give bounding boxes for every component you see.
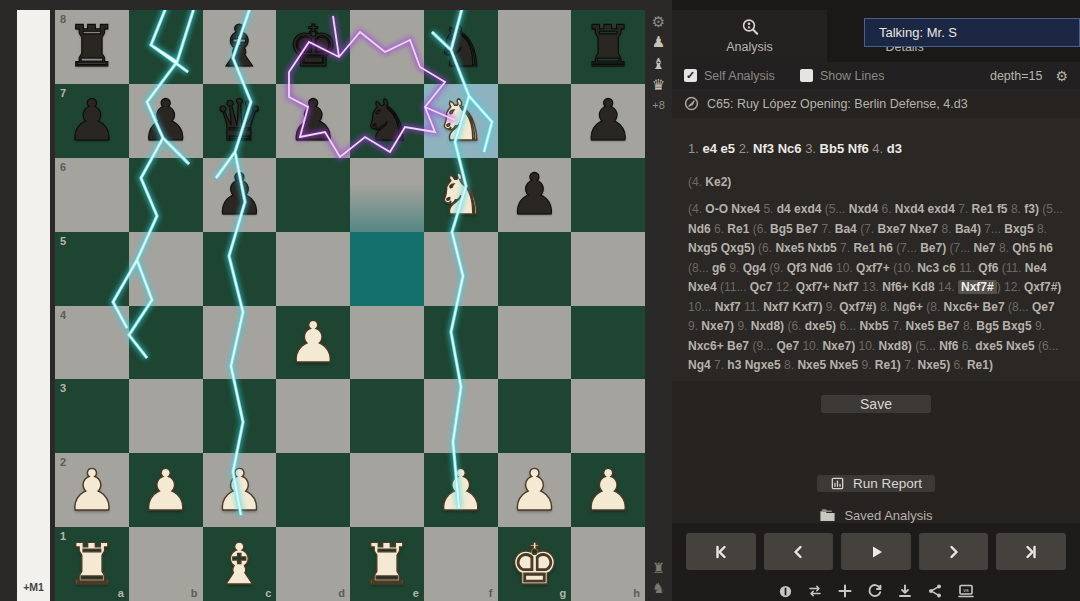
saved-analysis-label: Saved Analysis [844,508,932,523]
file-label: c [265,587,271,599]
move-san[interactable]: Kd8 [912,280,938,294]
move-number: 11. [959,261,978,275]
board-square[interactable]: ♛ [203,84,277,158]
white-rook[interactable]: ♜ [66,536,117,593]
talking-tooltip-text: Talking: Mr. S [879,25,957,40]
black-rook[interactable]: ♜ [66,18,117,75]
move-number: (4. [688,202,705,216]
self-analysis-label: Self Analysis [704,69,775,83]
black-knight[interactable]: ♞ [435,18,486,75]
move-number: (6. [753,222,770,236]
board-square[interactable] [350,10,424,84]
board-square[interactable] [350,232,424,306]
first-move-button[interactable] [686,533,756,570]
move-san[interactable]: Nxc6+ [944,300,983,314]
board-square[interactable] [276,379,350,453]
board-square[interactable] [498,379,572,453]
reload-icon[interactable] [867,583,883,599]
move-san[interactable]: Nf6+ [882,280,912,294]
move-number: 2. [739,141,753,156]
move-san[interactable]: Bxg5 [1004,222,1037,236]
white-rook[interactable]: ♜ [361,536,412,593]
white-knight[interactable]: ♞ [435,92,486,149]
board-square[interactable]: ♞ [424,10,498,84]
board-square[interactable]: ♜8 [55,10,129,84]
black-bishop[interactable]: ♝ [214,18,265,75]
move-number: 6. [881,202,894,216]
black-pawn[interactable]: ♟ [288,92,339,149]
vs-computer-icon[interactable]: vs [957,583,975,599]
move-san[interactable]: Nd6 [688,222,714,236]
move-san[interactable]: Qe7 [1032,300,1055,314]
black-pawn[interactable]: ♟ [66,92,117,149]
self-analysis-checkbox[interactable] [684,69,697,82]
move-number: 8. [880,300,893,314]
move-san[interactable]: g6 [712,261,729,275]
move-number: 1. [688,141,702,156]
board-square[interactable] [129,10,203,84]
move-san[interactable]: Bxg5 [1002,319,1035,333]
move-san[interactable]: Qf6 [978,261,1001,275]
move-number: 9. [737,319,750,333]
move-san[interactable]: Nxf7 [763,300,792,314]
move-number: (7. [860,222,877,236]
board-square[interactable] [350,453,424,527]
engine-info-icon[interactable] [778,584,793,599]
board-square[interactable]: ♟7 [55,84,129,158]
move-number: 10. [836,261,856,275]
captured-queen-icon: ♛ [652,77,665,94]
file-label: h [633,587,640,599]
board-square[interactable] [498,306,572,380]
engine-settings-gear-icon[interactable]: ⚙ [1055,69,1068,83]
play-button[interactable] [841,533,911,570]
move-number: 8. [963,319,976,333]
move-san[interactable]: Nxe5 [829,358,861,372]
move-number: 8. [942,222,955,236]
add-variation-icon[interactable] [837,583,853,599]
move-san[interactable]: h3 [727,358,744,372]
move-number: 9. [826,300,839,314]
move-number: 12. [776,280,796,294]
board-square[interactable] [350,306,424,380]
move-number: 7. [904,358,917,372]
folder-icon [819,508,836,523]
board-square[interactable]: ♞ [424,84,498,158]
black-queen[interactable]: ♛ [214,92,265,149]
board-square[interactable]: ♟ [498,453,572,527]
board-square[interactable]: ♞ [424,158,498,232]
board-square[interactable] [350,379,424,453]
rank-label: 1 [60,530,66,542]
move-san[interactable]: Kxf7) [793,300,826,314]
board-square[interactable]: ♟ [571,453,645,527]
run-report-label: Run Report [853,476,922,491]
report-icon [830,476,845,491]
move-san[interactable]: Nc6 [778,141,805,156]
black-king[interactable]: ♚ [288,18,339,75]
eval-score: +M1 [17,581,50,593]
rank-label: 3 [60,382,66,394]
move-san[interactable]: Nxe7) [822,339,858,353]
move-san[interactable]: Nxe4 [731,202,763,216]
black-pawn[interactable]: ♟ [583,92,634,149]
move-san[interactable]: Re1 [972,202,997,216]
board-square[interactable]: ♚g [498,527,572,601]
main-line: 1. e4 e5 2. Nf3 Nc6 3. Bb5 Nf6 4. d3 [688,138,1064,159]
rank-label: 7 [60,87,66,99]
board-square[interactable]: 3 [55,379,129,453]
analysis-magnifier-icon [741,18,759,36]
move-number: 10. [802,339,822,353]
move-number: (8... [688,261,712,275]
move-san[interactable]: Ne7 [974,241,999,255]
board-square[interactable] [276,453,350,527]
move-san[interactable]: Bg5 [976,319,1002,333]
opening-name: C65: Ruy López Opening: Berlin Defense, … [707,97,968,111]
move-san[interactable]: Nxe5 [905,319,937,333]
move-number: (7... [950,241,974,255]
move-number: (6... [1038,339,1059,353]
board-square[interactable] [129,232,203,306]
board-square[interactable] [203,232,277,306]
board-square[interactable] [203,379,277,453]
move-san[interactable]: Qe7 [776,339,802,353]
move-san[interactable]: O-O [705,202,731,216]
move-san[interactable]: exd4 [927,202,958,216]
move-san[interactable]: Ke2) [705,175,731,189]
move-san[interactable]: Ba4 [835,222,860,236]
save-button[interactable]: Save [821,395,931,413]
board-square[interactable] [129,158,203,232]
move-san[interactable]: Re1 [853,241,878,255]
white-pawn[interactable]: ♟ [435,462,486,519]
analysis-tools-row: vs [686,580,1066,601]
board-square[interactable]: b [129,527,203,601]
board-square[interactable] [498,232,572,306]
move-san[interactable]: Nxe4 [688,280,720,294]
move-san[interactable]: Be7 [727,339,752,353]
board-square[interactable]: d [276,527,350,601]
move-navigation [686,533,1066,570]
captured-bishop-icon: ♝ [652,56,665,73]
move-number: ) [997,280,1004,294]
move-number: 10... [688,300,715,314]
board-square[interactable]: ♟ [571,84,645,158]
move-san[interactable]: Nxe7 [910,222,942,236]
board-square[interactable]: ♟ [498,158,572,232]
white-pawn[interactable]: ♟ [66,462,117,519]
rank-label: 6 [60,161,66,173]
move-san[interactable]: d4 [777,202,794,216]
move-number: 9. [1035,319,1045,333]
board-square[interactable]: ♟ [129,84,203,158]
move-san[interactable]: Nf6 [848,141,873,156]
analysis-options-row: Self Analysis Show Lines depth=15 ⚙ [672,62,1080,89]
move-number: 10. [858,339,878,353]
rank-label: 5 [60,235,66,247]
depth-indicator: depth=15 [990,69,1042,83]
board-square[interactable]: ♟ [203,158,277,232]
move-san[interactable]: Nd6 [810,261,836,275]
move-san[interactable]: Nxd8) [878,339,915,353]
board-square[interactable] [350,158,424,232]
board-square[interactable] [129,379,203,453]
board-square[interactable]: ♜e [350,527,424,601]
file-label: d [338,587,345,599]
variation-line: (4. O-O Nxe4 5. d4 exd4 (5... Nxd4 6. Nx… [688,200,1064,375]
move-number: 7. [714,358,727,372]
opening-explorer-icon [684,96,699,111]
move-number: (5... [915,339,939,353]
move-san[interactable]: Nxf7 [833,280,862,294]
file-label: b [191,587,198,599]
move-number: 7. [821,222,834,236]
board-square[interactable] [424,306,498,380]
board-square[interactable]: f [424,527,498,601]
move-san[interactable]: e5 [721,141,739,156]
tab-analysis-label: Analysis [726,40,773,54]
white-bishop[interactable]: ♝ [214,536,265,593]
move-san[interactable]: Nxe5 [797,358,829,372]
move-number: (10. [893,261,917,275]
move-number: 8. [1037,222,1047,236]
white-pawn[interactable]: ♟ [288,314,339,371]
board-square[interactable]: ♟ [276,84,350,158]
move-san[interactable]: Nxe7) [701,319,737,333]
move-san[interactable]: Ne4 [1025,261,1047,275]
board-square[interactable]: h [571,527,645,601]
eval-column: +M1 [0,0,50,601]
move-san[interactable]: Be7) [920,241,949,255]
move-number: (7... [896,241,920,255]
board-square[interactable]: ♟ [424,453,498,527]
board-square[interactable] [571,379,645,453]
move-san[interactable]: Qg4 [743,261,770,275]
move-san[interactable]: Re1) [967,358,993,372]
board-square[interactable] [203,306,277,380]
tab-analysis[interactable]: Analysis [672,10,827,62]
move-san[interactable]: Bg5 [770,222,796,236]
black-knight[interactable]: ♞ [361,92,412,149]
move-san[interactable]: Nxd8) [751,319,788,333]
move-san[interactable]: Ba4) [955,222,984,236]
eval-bar: +M1 [17,10,50,601]
board-square[interactable] [129,306,203,380]
move-san[interactable]: Qc7 [750,280,776,294]
board-square[interactable]: ♟2 [55,453,129,527]
run-report-button[interactable]: Run Report [817,475,935,492]
move-san[interactable]: Be7 [796,222,821,236]
share-icon[interactable] [927,583,943,599]
side-toolbar: ⚙ ♟ ♝ ♛ +8 ♜ ♞ [645,0,672,601]
white-king[interactable]: ♚ [509,536,560,593]
move-san[interactable]: Ng4 [688,358,714,372]
move-list: 1. e4 e5 2. Nf3 Nc6 3. Bb5 Nf6 4. d3 (4.… [672,118,1080,381]
move-san[interactable]: h6 [1039,241,1053,255]
move-san[interactable]: Re1) [875,358,904,372]
board-square[interactable]: ♟ [203,453,277,527]
board-square[interactable] [276,232,350,306]
svg-text:vs: vs [963,587,969,593]
rank-label: 8 [60,13,66,25]
opening-row: C65: Ruy López Opening: Berlin Defense, … [672,89,1080,118]
move-san[interactable]: Be7 [938,319,963,333]
move-san[interactable]: Bb5 [820,141,848,156]
file-label: a [118,587,124,599]
board-square[interactable]: 5 [55,232,129,306]
move-san[interactable]: Qxg5) [721,241,758,255]
move-san[interactable]: Nxd4 [895,202,928,216]
move-san[interactable]: f5 [997,202,1011,216]
move-number: 3. [805,141,819,156]
board-square[interactable] [276,158,350,232]
move-number: 8. [1011,202,1024,216]
panel-footer: vs [672,523,1080,601]
previous-move-button[interactable] [764,533,834,570]
board-square[interactable] [424,232,498,306]
board-square[interactable]: 6 [55,158,129,232]
board-square[interactable]: ♜1a [55,527,129,601]
saved-analysis[interactable]: Saved Analysis [819,508,932,523]
next-move-button[interactable] [919,533,989,570]
board-square[interactable]: ♝ [203,10,277,84]
board-settings-gear-icon[interactable]: ⚙ [652,14,665,29]
move-number: 9. [861,358,874,372]
move-number: (8. [926,300,943,314]
move-san[interactable]: Qxf7#) [839,300,880,314]
last-move-button[interactable] [996,533,1066,570]
move-number: 7. [840,241,853,255]
variations: (4. Ke2) (4. O-O Nxe4 5. d4 exd4 (5... N… [688,173,1064,375]
rank-label: 4 [60,309,66,321]
download-icon[interactable] [897,583,913,599]
move-number: 8. [999,241,1012,255]
board-square[interactable]: ♚ [276,10,350,84]
black-pawn[interactable]: ♟ [214,166,265,223]
captured-pawn-icon: ♟ [652,34,665,51]
black-pawn[interactable]: ♟ [509,166,560,223]
tab-bar: Analysis Details ☁ Talking: Mr. S [672,0,1080,62]
move-san[interactable]: dxe5 [975,339,1006,353]
move-number: 11. [744,300,763,314]
show-lines-label: Show Lines [820,69,885,83]
move-san[interactable]: Nf3 [753,141,778,156]
move-number: (4. [688,175,705,189]
board-editor-icon[interactable]: ♜ [652,561,665,575]
chess-analysis-app: +M1 ♜8♝♚♞♜♟7♟♛♟♞♞♟6♟♞♟54♟3♟2♟♟♟♟♟♜1ab♝cd… [0,0,1080,601]
board-square[interactable] [498,10,572,84]
move-san[interactable]: Re1 [727,222,752,236]
move-number: (9. [769,261,786,275]
move-san[interactable]: Nxe5) [918,358,954,372]
move-san[interactable]: Qh5 [1012,241,1039,255]
board-square[interactable] [571,232,645,306]
white-pawn[interactable]: ♟ [140,462,191,519]
move-number: 6... [839,319,859,333]
board-square[interactable] [424,379,498,453]
move-number: 4. [872,141,886,156]
chess-board[interactable]: ♜8♝♚♞♜♟7♟♛♟♞♞♟6♟♞♟54♟3♟2♟♟♟♟♟♜1ab♝cd♜ef♚… [55,10,645,601]
move-san[interactable]: d3 [887,141,902,156]
move-san[interactable]: Qxf7+ [796,280,833,294]
move-san[interactable]: h6 [879,241,896,255]
white-knight[interactable]: ♞ [435,166,486,223]
black-rook[interactable]: ♜ [583,18,634,75]
move-san[interactable]: dxe5) [805,319,840,333]
move-number: (6. [758,241,775,255]
material-advantage: +8 [652,99,665,111]
move-number: 8. [784,358,797,372]
move-san[interactable]: Nf6 [939,339,962,353]
move-san[interactable]: Nxe5 [775,241,807,255]
move-san[interactable]: Nxe5 [1006,339,1038,353]
move-san[interactable]: Nxg5 [688,241,721,255]
move-san[interactable]: c6 [943,261,960,275]
move-san[interactable]: Qf3 [787,261,810,275]
board-square[interactable] [498,84,572,158]
analysis-panel: Analysis Details ☁ Talking: Mr. S Self A… [672,0,1080,601]
move-san[interactable]: Be7 [983,300,1008,314]
move-san[interactable]: e4 [702,141,720,156]
move-san[interactable]: Nxc6+ [688,339,727,353]
move-number: 5. [763,202,776,216]
move-number: (11. [1002,261,1025,275]
move-number: 7. [892,319,905,333]
move-san[interactable]: Nxf7 [715,300,744,314]
move-number: (6. [787,319,804,333]
move-san[interactable]: Nxd4 [849,202,882,216]
move-san[interactable]: Nxb5 [807,241,840,255]
move-san[interactable]: f3) [1024,202,1042,216]
board-square[interactable] [571,306,645,380]
board-square[interactable]: ♟ [129,453,203,527]
move-san[interactable]: Qxf7#) [1024,280,1061,294]
move-san[interactable]: Qxf7+ [856,261,893,275]
board-square[interactable] [571,158,645,232]
white-pawn[interactable]: ♟ [214,462,265,519]
move-san[interactable]: Ng6+ [893,300,926,314]
move-number: 13. [862,280,882,294]
white-pawn[interactable]: ♟ [583,462,634,519]
move-number: 9. [729,261,742,275]
move-number: (5... [825,202,849,216]
board-square[interactable]: ♜ [571,10,645,84]
board-square[interactable]: 4 [55,306,129,380]
black-pawn[interactable]: ♟ [140,92,191,149]
board-square[interactable]: ♞ [350,84,424,158]
move-san[interactable]: Ngxe5 [745,358,784,372]
move-san[interactable]: Nxf7# [958,280,997,294]
file-label: f [489,587,493,599]
move-san[interactable]: exd4 [794,202,825,216]
move-san[interactable]: Nxb5 [859,319,892,333]
move-san[interactable]: Nc3 [917,261,942,275]
board-square[interactable]: ♟ [276,306,350,380]
flip-board-icon[interactable] [807,583,823,599]
play-vs-computer-knight-icon[interactable]: ♞ [652,581,665,595]
board-square[interactable]: ♝c [203,527,277,601]
talking-tooltip: Talking: Mr. S [864,18,1080,47]
move-number: 14. [938,280,958,294]
file-label: g [560,587,567,599]
show-lines-checkbox[interactable] [800,69,813,82]
white-pawn[interactable]: ♟ [509,462,560,519]
move-number: 6. [954,358,967,372]
move-number: 12. [1004,280,1024,294]
move-san[interactable]: Bxe7 [877,222,909,236]
move-number: 6. [962,339,975,353]
